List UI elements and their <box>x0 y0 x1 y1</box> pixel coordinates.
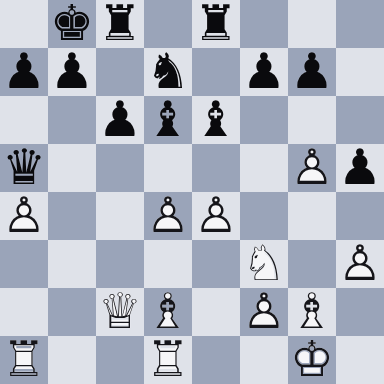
black-king[interactable]: ♚ <box>48 0 96 48</box>
black-pawn[interactable]: ♟ <box>240 48 288 96</box>
white-rook[interactable]: ♜♖ <box>144 336 192 384</box>
square-d8[interactable] <box>144 0 192 48</box>
black-pawn[interactable]: ♟ <box>288 48 336 96</box>
square-e4[interactable]: ♟♙ <box>192 192 240 240</box>
square-c6[interactable]: ♟ <box>96 96 144 144</box>
square-c5[interactable] <box>96 144 144 192</box>
white-bishop[interactable]: ♝♗ <box>288 288 336 336</box>
square-f8[interactable] <box>240 0 288 48</box>
square-e7[interactable] <box>192 48 240 96</box>
white-pawn-outline: ♙ <box>336 240 384 288</box>
black-bishop[interactable]: ♝ <box>192 96 240 144</box>
white-pawn[interactable]: ♟♙ <box>192 192 240 240</box>
square-h7[interactable] <box>336 48 384 96</box>
square-b2[interactable] <box>48 288 96 336</box>
white-pawn-outline: ♙ <box>288 144 336 192</box>
square-d1[interactable]: ♜♖ <box>144 336 192 384</box>
square-a7[interactable]: ♟ <box>0 48 48 96</box>
white-pawn-outline: ♙ <box>192 192 240 240</box>
white-king[interactable]: ♚♔ <box>288 336 336 384</box>
black-pawn[interactable]: ♟ <box>96 96 144 144</box>
black-queen[interactable]: ♛ <box>0 144 48 192</box>
white-pawn[interactable]: ♟♙ <box>336 240 384 288</box>
black-pawn[interactable]: ♟ <box>48 48 96 96</box>
square-d2[interactable]: ♝♗ <box>144 288 192 336</box>
square-f2[interactable]: ♟♙ <box>240 288 288 336</box>
white-bishop-outline: ♗ <box>144 288 192 336</box>
white-bishop-outline: ♗ <box>288 288 336 336</box>
square-f5[interactable] <box>240 144 288 192</box>
square-a1[interactable]: ♜♖ <box>0 336 48 384</box>
black-knight[interactable]: ♞ <box>144 48 192 96</box>
square-a3[interactable] <box>0 240 48 288</box>
white-pawn-outline: ♙ <box>240 288 288 336</box>
square-h3[interactable]: ♟♙ <box>336 240 384 288</box>
square-e6[interactable]: ♝ <box>192 96 240 144</box>
square-g3[interactable] <box>288 240 336 288</box>
square-c3[interactable] <box>96 240 144 288</box>
square-g8[interactable] <box>288 0 336 48</box>
square-h4[interactable] <box>336 192 384 240</box>
square-g5[interactable]: ♟♙ <box>288 144 336 192</box>
square-g7[interactable]: ♟ <box>288 48 336 96</box>
square-c7[interactable] <box>96 48 144 96</box>
square-b3[interactable] <box>48 240 96 288</box>
white-queen[interactable]: ♛♕ <box>96 288 144 336</box>
square-f1[interactable] <box>240 336 288 384</box>
white-pawn[interactable]: ♟♙ <box>288 144 336 192</box>
white-bishop[interactable]: ♝♗ <box>144 288 192 336</box>
square-a4[interactable]: ♟♙ <box>0 192 48 240</box>
square-e8[interactable]: ♜ <box>192 0 240 48</box>
square-a5[interactable]: ♛ <box>0 144 48 192</box>
black-bishop[interactable]: ♝ <box>144 96 192 144</box>
square-c1[interactable] <box>96 336 144 384</box>
square-h5[interactable]: ♟ <box>336 144 384 192</box>
white-pawn[interactable]: ♟♙ <box>144 192 192 240</box>
black-rook[interactable]: ♜ <box>192 0 240 48</box>
square-d3[interactable] <box>144 240 192 288</box>
white-pawn-outline: ♙ <box>0 192 48 240</box>
white-rook[interactable]: ♜♖ <box>0 336 48 384</box>
square-b1[interactable] <box>48 336 96 384</box>
square-d6[interactable]: ♝ <box>144 96 192 144</box>
black-pawn[interactable]: ♟ <box>0 48 48 96</box>
square-g6[interactable] <box>288 96 336 144</box>
square-f6[interactable] <box>240 96 288 144</box>
white-queen-outline: ♕ <box>96 288 144 336</box>
square-f7[interactable]: ♟ <box>240 48 288 96</box>
square-a8[interactable] <box>0 0 48 48</box>
square-g4[interactable] <box>288 192 336 240</box>
square-a6[interactable] <box>0 96 48 144</box>
square-b4[interactable] <box>48 192 96 240</box>
square-b7[interactable]: ♟ <box>48 48 96 96</box>
square-h2[interactable] <box>336 288 384 336</box>
chess-board: ♚♜♜♟♟♞♟♟♟♝♝♛♟♙♟♟♙♟♙♟♙♞♘♟♙♛♕♝♗♟♙♝♗♜♖♜♖♚♔ <box>0 0 384 384</box>
square-h8[interactable] <box>336 0 384 48</box>
square-g1[interactable]: ♚♔ <box>288 336 336 384</box>
square-f4[interactable] <box>240 192 288 240</box>
square-e2[interactable] <box>192 288 240 336</box>
white-king-outline: ♔ <box>288 336 336 384</box>
square-b5[interactable] <box>48 144 96 192</box>
white-pawn[interactable]: ♟♙ <box>240 288 288 336</box>
square-e5[interactable] <box>192 144 240 192</box>
white-knight[interactable]: ♞♘ <box>240 240 288 288</box>
square-a2[interactable] <box>0 288 48 336</box>
square-e1[interactable] <box>192 336 240 384</box>
white-rook-outline: ♖ <box>0 336 48 384</box>
square-g2[interactable]: ♝♗ <box>288 288 336 336</box>
square-f3[interactable]: ♞♘ <box>240 240 288 288</box>
square-c4[interactable] <box>96 192 144 240</box>
square-d4[interactable]: ♟♙ <box>144 192 192 240</box>
square-b6[interactable] <box>48 96 96 144</box>
square-h1[interactable] <box>336 336 384 384</box>
square-b8[interactable]: ♚ <box>48 0 96 48</box>
black-pawn[interactable]: ♟ <box>336 144 384 192</box>
square-e3[interactable] <box>192 240 240 288</box>
white-knight-outline: ♘ <box>240 240 288 288</box>
square-h6[interactable] <box>336 96 384 144</box>
black-rook[interactable]: ♜ <box>96 0 144 48</box>
white-rook-outline: ♖ <box>144 336 192 384</box>
square-c8[interactable]: ♜ <box>96 0 144 48</box>
square-d5[interactable] <box>144 144 192 192</box>
white-pawn-outline: ♙ <box>144 192 192 240</box>
square-c2[interactable]: ♛♕ <box>96 288 144 336</box>
square-d7[interactable]: ♞ <box>144 48 192 96</box>
white-pawn[interactable]: ♟♙ <box>0 192 48 240</box>
